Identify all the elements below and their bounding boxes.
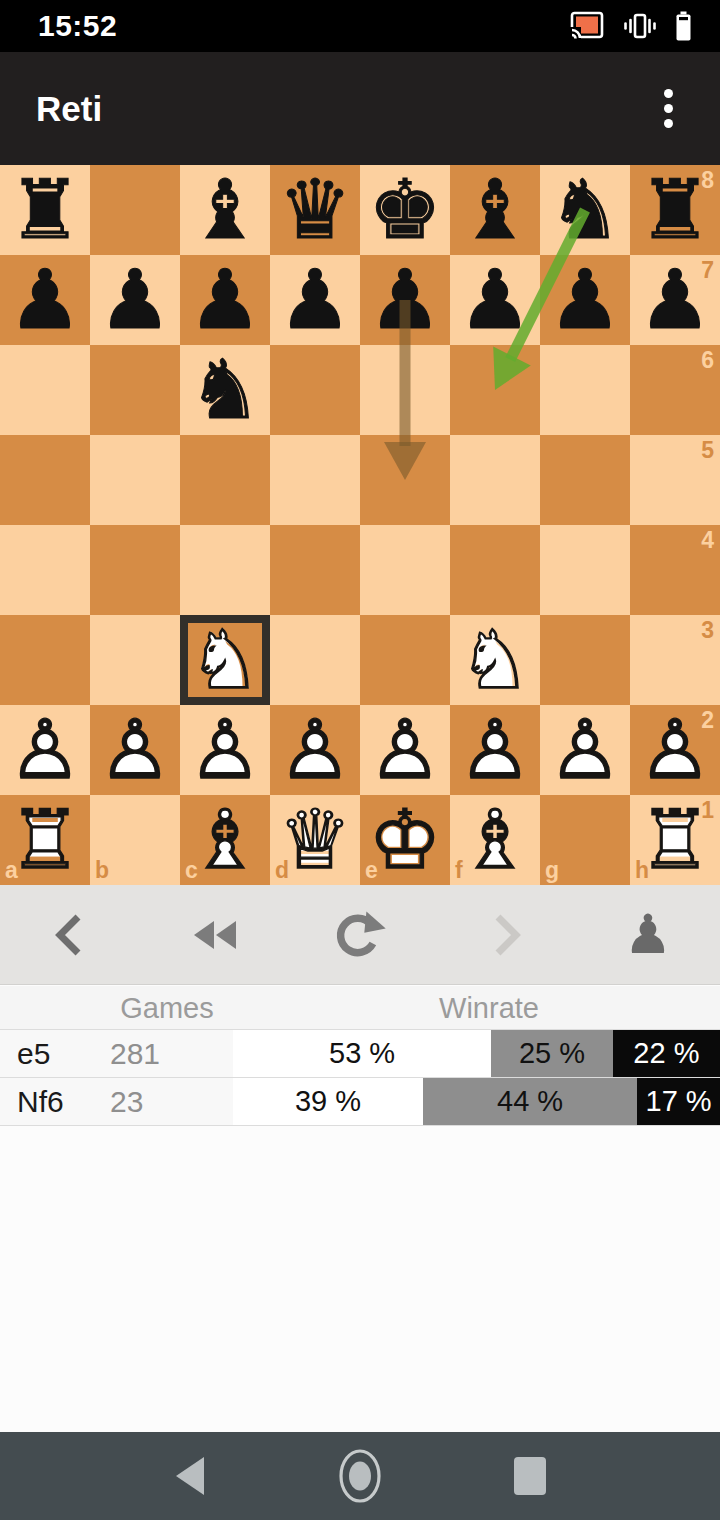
- game-toolbar: ♟: [0, 885, 720, 985]
- chess-board[interactable]: ♜♝♛♚♝♞♜8♟♟♟♟♟♟♟♟7♞654♞♘♞♘3♟♙♟♙♟♙♟♙♟♙♟♙♟♙…: [0, 165, 720, 885]
- opening-explorer-table: Games Winrate e528153 %25 %22 %Nf62339 %…: [0, 986, 720, 1126]
- file-label: b: [95, 859, 109, 882]
- back-triangle-icon[interactable]: [173, 1455, 207, 1497]
- winrate-bar: 39 %44 %17 %: [233, 1078, 720, 1125]
- square-e1[interactable]: ♚♔e: [360, 795, 450, 885]
- square-a8[interactable]: ♜: [0, 165, 90, 255]
- file-label: g: [545, 859, 559, 882]
- black-pawn[interactable]: ♟: [270, 255, 360, 345]
- white-pawn[interactable]: ♟♙: [450, 705, 540, 795]
- page-title: Reti: [36, 89, 102, 129]
- square-g3[interactable]: [540, 615, 630, 705]
- square-f8[interactable]: ♝: [450, 165, 540, 255]
- col-header-winrate: Winrate: [334, 986, 644, 1030]
- white-bishop[interactable]: ♝♗: [450, 795, 540, 885]
- rank-label: 7: [701, 259, 714, 282]
- android-nav-bar: [0, 1432, 720, 1520]
- black-win-segment: 17 %: [637, 1078, 720, 1125]
- square-b1[interactable]: b: [90, 795, 180, 885]
- col-header-games: Games: [0, 986, 334, 1030]
- black-rook[interactable]: ♜: [0, 165, 90, 255]
- square-e5[interactable]: [360, 435, 450, 525]
- square-a3[interactable]: [0, 615, 90, 705]
- clock: 15:52: [38, 9, 117, 43]
- white-pawn[interactable]: ♟♙: [0, 705, 90, 795]
- square-g7[interactable]: ♟: [540, 255, 630, 345]
- file-label: f: [455, 859, 463, 882]
- square-c4[interactable]: [180, 525, 270, 615]
- square-a6[interactable]: [0, 345, 90, 435]
- square-a5[interactable]: [0, 435, 90, 525]
- square-c2[interactable]: ♟♙: [180, 705, 270, 795]
- square-a2[interactable]: ♟♙: [0, 705, 90, 795]
- rank-label: 5: [701, 439, 714, 462]
- square-h1[interactable]: ♜♖1h: [630, 795, 720, 885]
- rank-label: 1: [701, 799, 714, 822]
- square-g6[interactable]: [540, 345, 630, 435]
- black-pawn[interactable]: ♟: [90, 255, 180, 345]
- back-button[interactable]: [0, 885, 144, 984]
- square-h4[interactable]: 4: [630, 525, 720, 615]
- square-g2[interactable]: ♟♙: [540, 705, 630, 795]
- black-bishop[interactable]: ♝: [450, 165, 540, 255]
- square-e4[interactable]: [360, 525, 450, 615]
- square-e2[interactable]: ♟♙: [360, 705, 450, 795]
- black-knight[interactable]: ♞: [540, 165, 630, 255]
- black-win-segment: 22 %: [613, 1030, 720, 1077]
- square-d7[interactable]: ♟: [270, 255, 360, 345]
- rank-label: 4: [701, 529, 714, 552]
- square-h6[interactable]: 6: [630, 345, 720, 435]
- square-c3[interactable]: ♞♘: [180, 615, 270, 705]
- square-f5[interactable]: [450, 435, 540, 525]
- square-f4[interactable]: [450, 525, 540, 615]
- status-icons: [569, 11, 692, 41]
- square-h2[interactable]: ♟♙2: [630, 705, 720, 795]
- rank-label: 3: [701, 619, 714, 642]
- square-e7[interactable]: ♟: [360, 255, 450, 345]
- table-body: e528153 %25 %22 %Nf62339 %44 %17 %: [0, 1030, 720, 1126]
- chevron-left-icon: [44, 907, 100, 963]
- square-b2[interactable]: ♟♙: [90, 705, 180, 795]
- app-screen: 15:52 Reti: [0, 0, 720, 1520]
- file-label: a: [5, 859, 18, 882]
- rewind-button[interactable]: [144, 885, 288, 984]
- rank-label: 2: [701, 709, 714, 732]
- black-pawn[interactable]: ♟: [450, 255, 540, 345]
- draw-segment: 25 %: [491, 1030, 613, 1077]
- square-c5[interactable]: [180, 435, 270, 525]
- recents-icon[interactable]: [512, 1455, 548, 1497]
- square-c1[interactable]: ♝♗c: [180, 795, 270, 885]
- pawn-icon: ♟: [624, 908, 672, 962]
- square-d2[interactable]: ♟♙: [270, 705, 360, 795]
- square-h5[interactable]: 5: [630, 435, 720, 525]
- chevron-right-icon: [476, 907, 532, 963]
- square-d5[interactable]: [270, 435, 360, 525]
- white-pawn[interactable]: ♟♙: [90, 705, 180, 795]
- square-c8[interactable]: ♝: [180, 165, 270, 255]
- file-label: h: [635, 859, 649, 882]
- white-win-segment: 39 %: [233, 1078, 423, 1125]
- table-header: Games Winrate: [0, 986, 720, 1030]
- square-c7[interactable]: ♟: [180, 255, 270, 345]
- square-a4[interactable]: [0, 525, 90, 615]
- file-label: c: [185, 859, 198, 882]
- square-b7[interactable]: ♟: [90, 255, 180, 345]
- square-f2[interactable]: ♟♙: [450, 705, 540, 795]
- file-label: e: [365, 859, 378, 882]
- square-d3[interactable]: [270, 615, 360, 705]
- square-f3[interactable]: ♞♘: [450, 615, 540, 705]
- black-pawn[interactable]: ♟: [360, 255, 450, 345]
- square-d1[interactable]: ♛♕d: [270, 795, 360, 885]
- square-g1[interactable]: g: [540, 795, 630, 885]
- square-h3[interactable]: 3: [630, 615, 720, 705]
- square-b6[interactable]: [90, 345, 180, 435]
- board-area: ♜♝♛♚♝♞♜8♟♟♟♟♟♟♟♟7♞654♞♘♞♘3♟♙♟♙♟♙♟♙♟♙♟♙♟♙…: [0, 165, 720, 885]
- forward-button[interactable]: [432, 885, 576, 984]
- white-pawn[interactable]: ♟♙: [270, 705, 360, 795]
- square-c6[interactable]: ♞: [180, 345, 270, 435]
- cast-icon: [569, 11, 605, 41]
- white-pawn[interactable]: ♟♙: [180, 705, 270, 795]
- flip-player-button[interactable]: ♟: [576, 885, 720, 984]
- square-g8[interactable]: ♞: [540, 165, 630, 255]
- square-f6[interactable]: [450, 345, 540, 435]
- square-d4[interactable]: [270, 525, 360, 615]
- square-b3[interactable]: [90, 615, 180, 705]
- vibrate-icon: [621, 11, 659, 41]
- square-b5[interactable]: [90, 435, 180, 525]
- square-e6[interactable]: [360, 345, 450, 435]
- square-f1[interactable]: ♝♗f: [450, 795, 540, 885]
- file-label: d: [275, 859, 289, 882]
- move-row-Nf6[interactable]: Nf62339 %44 %17 %: [0, 1078, 720, 1126]
- reset-button[interactable]: [288, 885, 432, 984]
- square-d6[interactable]: [270, 345, 360, 435]
- move-label: e5: [0, 1030, 110, 1077]
- square-b4[interactable]: [90, 525, 180, 615]
- white-win-segment: 53 %: [233, 1030, 491, 1077]
- rank-label: 6: [701, 349, 714, 372]
- square-f7[interactable]: ♟: [450, 255, 540, 345]
- square-h7[interactable]: ♟7: [630, 255, 720, 345]
- square-g5[interactable]: [540, 435, 630, 525]
- winrate-bar: 53 %25 %22 %: [233, 1030, 720, 1077]
- move-label: Nf6: [0, 1078, 110, 1125]
- kebab-menu-icon[interactable]: [646, 79, 690, 139]
- black-king[interactable]: ♚: [360, 165, 450, 255]
- white-pawn[interactable]: ♟♙: [360, 705, 450, 795]
- square-h8[interactable]: ♜8: [630, 165, 720, 255]
- games-count: 281: [110, 1030, 233, 1077]
- square-e3[interactable]: [360, 615, 450, 705]
- black-pawn[interactable]: ♟: [180, 255, 270, 345]
- rank-label: 8: [701, 169, 714, 192]
- white-knight[interactable]: ♞♘: [450, 615, 540, 705]
- square-g4[interactable]: [540, 525, 630, 615]
- status-bar: 15:52: [0, 0, 720, 52]
- square-a7[interactable]: ♟: [0, 255, 90, 345]
- refresh-icon: [330, 905, 390, 965]
- draw-segment: 44 %: [423, 1078, 637, 1125]
- white-pawn[interactable]: ♟♙: [540, 705, 630, 795]
- home-icon[interactable]: [338, 1448, 382, 1504]
- black-pawn[interactable]: ♟: [0, 255, 90, 345]
- square-d8[interactable]: ♛: [270, 165, 360, 255]
- square-a1[interactable]: ♜♖a: [0, 795, 90, 885]
- black-bishop[interactable]: ♝: [180, 165, 270, 255]
- black-queen[interactable]: ♛: [270, 165, 360, 255]
- move-row-e5[interactable]: e528153 %25 %22 %: [0, 1030, 720, 1078]
- black-knight[interactable]: ♞: [180, 345, 270, 435]
- battery-icon: [675, 11, 692, 41]
- black-pawn[interactable]: ♟: [540, 255, 630, 345]
- square-e8[interactable]: ♚: [360, 165, 450, 255]
- app-bar: Reti: [0, 52, 720, 165]
- fast-rewind-icon: [184, 907, 248, 963]
- square-b8[interactable]: [90, 165, 180, 255]
- games-count: 23: [110, 1078, 233, 1125]
- white-knight[interactable]: ♞♘: [180, 615, 270, 705]
